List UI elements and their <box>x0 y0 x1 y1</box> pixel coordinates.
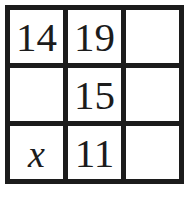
cell-r2c1: 11 <box>68 126 121 179</box>
cell-r2c0-unknown-x: x <box>10 126 63 179</box>
cell-r1c0 <box>10 68 63 121</box>
cell-r1c1: 15 <box>68 68 121 121</box>
cell-r2c2 <box>126 126 179 179</box>
cell-r1c2 <box>126 68 179 121</box>
puzzle-grid: 14 19 15 x 11 <box>5 5 184 184</box>
cell-r0c0: 14 <box>10 10 63 63</box>
cell-r0c1: 19 <box>68 10 121 63</box>
cell-r0c2 <box>126 10 179 63</box>
